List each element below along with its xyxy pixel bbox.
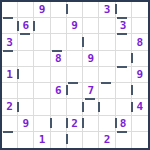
cell-r3c9[interactable]: 8 (132, 34, 148, 50)
consecutive-marker-v-r8c7 (115, 118, 117, 128)
cell-r5c9[interactable]: 9 (132, 67, 148, 83)
given-digit: 9 (39, 4, 46, 15)
cell-r6c4[interactable]: 6 (51, 83, 67, 99)
cell-r8c6[interactable] (83, 116, 99, 132)
given-digit: 2 (104, 134, 111, 145)
given-digit: 1 (39, 134, 46, 145)
cell-r5c5[interactable] (67, 67, 83, 83)
cell-r5c6[interactable] (83, 67, 99, 83)
consecutive-marker-v-r6c4 (66, 85, 68, 95)
cell-r4c3[interactable] (34, 51, 50, 67)
cell-r6c7[interactable] (99, 83, 115, 99)
consecutive-marker-h-r2c2 (20, 33, 30, 35)
consecutive-marker-v-r8c3 (50, 118, 52, 128)
cell-r1c6[interactable] (83, 2, 99, 18)
given-digit: 9 (71, 20, 78, 31)
cell-r1c1[interactable] (2, 2, 18, 18)
cell-r8c3[interactable] (34, 116, 50, 132)
cell-r7c7[interactable] (99, 99, 115, 115)
cell-r8c8[interactable]: 8 (116, 116, 132, 132)
cell-r8c7[interactable] (99, 116, 115, 132)
cell-r1c9[interactable] (132, 2, 148, 18)
consecutive-marker-h-r1c8 (117, 17, 127, 19)
given-digit: 3 (104, 4, 111, 15)
cell-r9c7[interactable]: 2 (99, 132, 115, 148)
cell-r3c5[interactable] (67, 34, 83, 50)
given-digit: 2 (6, 101, 13, 112)
cell-r7c8[interactable] (116, 99, 132, 115)
cell-r4c6[interactable]: 9 (83, 51, 99, 67)
given-digit: 1 (6, 69, 13, 80)
consecutive-marker-v-r4c8 (131, 53, 133, 63)
consecutive-marker-v-r3c5 (82, 37, 84, 47)
cell-r7c6[interactable] (83, 99, 99, 115)
cell-r2c8[interactable]: 3 (116, 18, 132, 34)
cell-r3c7[interactable] (99, 34, 115, 50)
given-digit: 3 (6, 37, 13, 48)
cell-r9c8[interactable] (116, 132, 132, 148)
cell-r3c8[interactable] (116, 34, 132, 50)
cell-r6c3[interactable] (34, 83, 50, 99)
cell-r9c3[interactable]: 1 (34, 132, 50, 148)
cell-r1c4[interactable] (51, 2, 67, 18)
cell-r9c1[interactable] (2, 132, 18, 148)
cell-r4c4[interactable]: 8 (51, 51, 67, 67)
cell-r4c9[interactable] (132, 51, 148, 67)
cell-r8c9[interactable] (132, 116, 148, 132)
cell-r5c1[interactable]: 1 (2, 67, 18, 83)
consecutive-marker-h-r8c1 (3, 131, 13, 133)
consecutive-marker-v-r8c4 (66, 118, 68, 128)
cell-r3c1[interactable]: 3 (2, 34, 18, 50)
cell-r4c2[interactable] (18, 51, 34, 67)
cell-r5c7[interactable] (99, 67, 115, 83)
cell-r2c9[interactable] (132, 18, 148, 34)
consecutive-marker-h-r8c8 (117, 131, 127, 133)
cell-r9c9[interactable] (132, 132, 148, 148)
consecutive-marker-v-r5c1 (17, 69, 19, 79)
cell-r5c3[interactable] (34, 67, 50, 83)
cell-r4c5[interactable] (67, 51, 83, 67)
consecutive-marker-v-r1c7 (115, 4, 117, 14)
cell-r8c4[interactable] (51, 116, 67, 132)
consecutive-marker-v-r6c8 (131, 85, 133, 95)
cell-r3c4[interactable] (51, 34, 67, 50)
given-digit: 8 (120, 118, 127, 129)
consecutive-marker-v-r2c2 (33, 21, 35, 31)
cell-r3c3[interactable] (34, 34, 50, 50)
given-digit: 9 (23, 118, 30, 129)
cell-r1c3[interactable]: 9 (34, 2, 50, 18)
given-digit: 8 (55, 53, 62, 64)
cell-r1c5[interactable] (67, 2, 83, 18)
given-digit: 9 (137, 69, 144, 80)
consecutive-marker-v-r1c4 (66, 4, 68, 14)
cell-r5c2[interactable] (18, 67, 34, 83)
given-digit: 7 (87, 85, 94, 96)
cell-r6c2[interactable] (18, 83, 34, 99)
consecutive-marker-h-r3c4 (52, 50, 62, 52)
cell-r8c2[interactable]: 9 (18, 116, 34, 132)
cell-r2c5[interactable]: 9 (67, 18, 83, 34)
cell-r6c1[interactable] (2, 83, 18, 99)
consecutive-marker-h-r1c1 (3, 17, 13, 19)
cell-r6c8[interactable] (116, 83, 132, 99)
cell-r7c2[interactable] (18, 99, 34, 115)
consecutive-marker-h-r4c8 (117, 66, 127, 68)
cell-r6c6[interactable]: 7 (83, 83, 99, 99)
cell-r4c8[interactable] (116, 51, 132, 67)
cell-r3c6[interactable] (83, 34, 99, 50)
consecutive-marker-v-r7c1 (17, 102, 19, 112)
consecutive-marker-h-r3c1 (3, 50, 13, 52)
cell-r8c1[interactable] (2, 116, 18, 132)
consecutive-marker-h-r6c6 (85, 98, 95, 100)
consecutive-marker-v-r7c5 (82, 102, 84, 112)
cell-r7c9[interactable]: 4 (132, 99, 148, 115)
given-digit: 3 (120, 20, 127, 31)
cell-r4c7[interactable] (99, 51, 115, 67)
cell-r2c6[interactable] (83, 18, 99, 34)
consecutive-marker-v-r8c5 (82, 118, 84, 128)
given-digit: 6 (23, 20, 30, 31)
cell-r6c5[interactable] (67, 83, 83, 99)
cell-r5c8[interactable] (116, 67, 132, 83)
cell-r7c1[interactable]: 2 (2, 99, 18, 115)
cell-r2c1[interactable] (2, 18, 18, 34)
cell-r6c9[interactable] (132, 83, 148, 99)
cell-r1c7[interactable]: 3 (99, 2, 115, 18)
cell-r1c8[interactable] (116, 2, 132, 18)
cell-r2c2[interactable]: 6 (18, 18, 34, 34)
consecutive-marker-h-r5c5 (68, 82, 78, 84)
consecutive-marker-v-r7c6 (98, 102, 100, 112)
cell-r9c4[interactable] (51, 132, 67, 148)
cell-r2c7[interactable] (99, 18, 115, 34)
cell-r3c2[interactable] (18, 34, 34, 50)
cell-r1c2[interactable] (18, 2, 34, 18)
cell-r7c5[interactable] (67, 99, 83, 115)
sudoku-board: 93693388919672492812 (0, 0, 150, 150)
cell-r9c5[interactable] (67, 132, 83, 148)
consecutive-marker-v-r9c4 (66, 134, 68, 144)
cell-r2c4[interactable] (51, 18, 67, 34)
given-digit: 8 (137, 37, 144, 48)
cell-r5c4[interactable] (51, 67, 67, 83)
given-digit: 6 (55, 85, 62, 96)
given-digit: 9 (87, 53, 94, 64)
cell-r2c3[interactable] (34, 18, 50, 34)
consecutive-marker-v-r2c1 (17, 21, 19, 31)
cell-r7c3[interactable] (34, 99, 50, 115)
given-digit: 4 (137, 101, 144, 112)
cell-r9c2[interactable] (18, 132, 34, 148)
cell-r9c6[interactable] (83, 132, 99, 148)
consecutive-marker-v-r7c8 (131, 102, 133, 112)
consecutive-marker-h-r2c8 (117, 33, 127, 35)
given-digit: 2 (71, 118, 78, 129)
cell-r4c1[interactable] (2, 51, 18, 67)
cell-r8c5[interactable]: 2 (67, 116, 83, 132)
consecutive-marker-h-r5c7 (101, 82, 111, 84)
cell-r7c4[interactable] (51, 99, 67, 115)
